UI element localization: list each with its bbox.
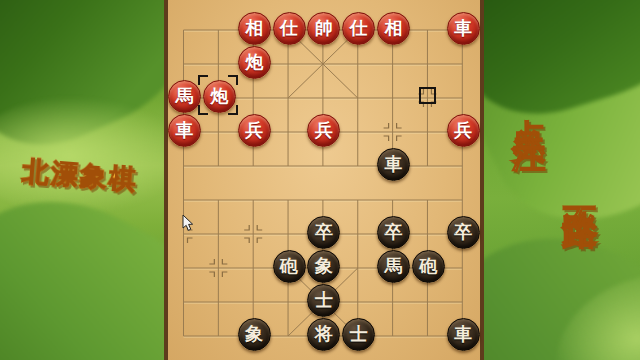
piece-label: 卒 — [385, 223, 403, 241]
follow-banner: 点关注 — [506, 92, 552, 116]
no-lost-banner: 不迷路 — [555, 177, 604, 189]
piece-red-兵-4-3[interactable]: 兵 — [307, 114, 340, 147]
piece-red-仕-5-0[interactable]: 仕 — [342, 12, 375, 45]
piece-red-車-0-3[interactable]: 車 — [168, 114, 201, 147]
piece-black-将-4-9[interactable]: 将 — [307, 318, 340, 351]
piece-red-相-2-0[interactable]: 相 — [238, 12, 271, 45]
piece-label: 車 — [385, 155, 403, 173]
piece-red-馬-0-2[interactable]: 馬 — [168, 80, 201, 113]
piece-label: 馬 — [176, 87, 194, 105]
mouse-cursor — [182, 215, 196, 233]
piece-label: 炮 — [245, 53, 263, 71]
piece-label: 兵 — [315, 121, 333, 139]
piece-black-卒-4-6[interactable]: 卒 — [307, 216, 340, 249]
video-frame: 北漂象棋 点关注 不迷路 相仕帥仕相車炮馬炮車兵兵兵車卒卒卒砲象馬砲士象将士車 — [0, 0, 640, 360]
piece-black-馬-6-7[interactable]: 馬 — [377, 250, 410, 283]
piece-label: 卒 — [315, 223, 333, 241]
piece-black-砲-7-7[interactable]: 砲 — [412, 250, 445, 283]
piece-red-兵-8-3[interactable]: 兵 — [447, 114, 480, 147]
piece-label: 相 — [385, 19, 403, 37]
piece-red-炮-2-1[interactable]: 炮 — [238, 46, 271, 79]
piece-black-象-4-7[interactable]: 象 — [307, 250, 340, 283]
piece-label: 仕 — [280, 19, 298, 37]
piece-black-象-2-9[interactable]: 象 — [238, 318, 271, 351]
piece-label: 兵 — [454, 121, 472, 139]
piece-black-砲-3-7[interactable]: 砲 — [273, 250, 306, 283]
piece-label: 相 — [245, 19, 263, 37]
piece-label: 仕 — [350, 19, 368, 37]
piece-label: 砲 — [419, 257, 437, 275]
piece-black-士-5-9[interactable]: 士 — [342, 318, 375, 351]
piece-label: 馬 — [385, 257, 403, 275]
piece-label: 士 — [315, 291, 333, 309]
piece-label: 象 — [315, 257, 333, 275]
last-move-from-marker — [419, 87, 436, 104]
piece-label: 象 — [245, 325, 263, 343]
piece-black-車-6-4[interactable]: 車 — [377, 148, 410, 181]
last-move-to-marker — [198, 75, 238, 115]
piece-red-帥-4-0[interactable]: 帥 — [307, 12, 340, 45]
xiangqi-board[interactable]: 相仕帥仕相車炮馬炮車兵兵兵車卒卒卒砲象馬砲士象将士車 — [164, 0, 484, 360]
piece-black-士-4-8[interactable]: 士 — [307, 284, 340, 317]
piece-label: 車 — [176, 121, 194, 139]
piece-label: 砲 — [280, 257, 298, 275]
piece-black-卒-8-6[interactable]: 卒 — [447, 216, 480, 249]
piece-label: 将 — [315, 325, 333, 343]
piece-label: 車 — [454, 325, 472, 343]
piece-red-車-8-0[interactable]: 車 — [447, 12, 480, 45]
piece-label: 車 — [454, 19, 472, 37]
piece-black-卒-6-6[interactable]: 卒 — [377, 216, 410, 249]
piece-label: 卒 — [454, 223, 472, 241]
piece-red-仕-3-0[interactable]: 仕 — [273, 12, 306, 45]
piece-label: 帥 — [315, 19, 333, 37]
piece-black-車-8-9[interactable]: 車 — [447, 318, 480, 351]
piece-red-相-6-0[interactable]: 相 — [377, 12, 410, 45]
piece-label: 士 — [350, 325, 368, 343]
piece-red-兵-2-3[interactable]: 兵 — [238, 114, 271, 147]
piece-label: 兵 — [245, 121, 263, 139]
